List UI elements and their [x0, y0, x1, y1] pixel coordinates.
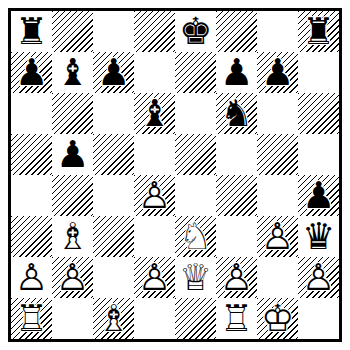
piece-halo: ♟ — [216, 52, 257, 93]
square-c6[interactable] — [93, 93, 134, 134]
piece-white-rook: ♖ — [216, 298, 257, 339]
piece-black-rook: ♜ — [11, 11, 52, 52]
piece-halo: ♜ — [11, 298, 52, 339]
chess-diagram: ♜♜♚♚♜♜♟♟♝♝♟♟♟♟♟♟♝♝♞♞♟♟♟♙♟♟♝♗♞♘♟♙♛♛♟♙♟♙♟♙… — [8, 8, 342, 342]
piece-halo: ♜ — [298, 11, 339, 52]
square-c8[interactable] — [93, 11, 134, 52]
piece-halo: ♟ — [11, 52, 52, 93]
square-c2[interactable] — [93, 257, 134, 298]
piece-black-pawn: ♟ — [52, 134, 93, 175]
square-h5[interactable] — [298, 134, 339, 175]
square-d2[interactable]: ♟♙ — [134, 257, 175, 298]
chess-board: ♜♜♚♚♜♜♟♟♝♝♟♟♟♟♟♟♝♝♞♞♟♟♟♙♟♟♝♗♞♘♟♙♛♛♟♙♟♙♟♙… — [8, 8, 342, 342]
square-d6[interactable]: ♝♝ — [134, 93, 175, 134]
square-f5[interactable] — [216, 134, 257, 175]
square-f4[interactable] — [216, 175, 257, 216]
piece-white-pawn: ♙ — [52, 257, 93, 298]
square-g1[interactable]: ♚♔ — [257, 298, 298, 339]
piece-black-king: ♚ — [175, 11, 216, 52]
square-c4[interactable] — [93, 175, 134, 216]
square-f2[interactable]: ♟♙ — [216, 257, 257, 298]
square-g7[interactable]: ♟♟ — [257, 52, 298, 93]
piece-halo: ♟ — [134, 175, 175, 216]
piece-halo: ♛ — [298, 216, 339, 257]
square-h4[interactable]: ♟♟ — [298, 175, 339, 216]
square-b4[interactable] — [52, 175, 93, 216]
piece-black-queen: ♛ — [298, 216, 339, 257]
square-c5[interactable] — [93, 134, 134, 175]
piece-halo: ♜ — [216, 298, 257, 339]
piece-halo: ♟ — [216, 257, 257, 298]
square-h6[interactable] — [298, 93, 339, 134]
square-a3[interactable] — [11, 216, 52, 257]
piece-halo: ♝ — [93, 298, 134, 339]
piece-white-knight: ♘ — [175, 216, 216, 257]
square-a1[interactable]: ♜♖ — [11, 298, 52, 339]
square-a6[interactable] — [11, 93, 52, 134]
square-h2[interactable]: ♟♙ — [298, 257, 339, 298]
square-a2[interactable]: ♟♙ — [11, 257, 52, 298]
square-g6[interactable] — [257, 93, 298, 134]
piece-white-bishop: ♗ — [52, 216, 93, 257]
square-a5[interactable] — [11, 134, 52, 175]
piece-halo: ♟ — [257, 216, 298, 257]
piece-halo: ♟ — [52, 134, 93, 175]
square-c7[interactable]: ♟♟ — [93, 52, 134, 93]
square-a8[interactable]: ♜♜ — [11, 11, 52, 52]
square-d1[interactable] — [134, 298, 175, 339]
square-h3[interactable]: ♛♛ — [298, 216, 339, 257]
square-d4[interactable]: ♟♙ — [134, 175, 175, 216]
piece-halo: ♟ — [134, 257, 175, 298]
square-b3[interactable]: ♝♗ — [52, 216, 93, 257]
piece-halo: ♟ — [93, 52, 134, 93]
piece-halo: ♟ — [257, 52, 298, 93]
square-a7[interactable]: ♟♟ — [11, 52, 52, 93]
piece-white-bishop: ♗ — [93, 298, 134, 339]
square-b2[interactable]: ♟♙ — [52, 257, 93, 298]
square-e8[interactable]: ♚♚ — [175, 11, 216, 52]
piece-halo: ♜ — [11, 11, 52, 52]
piece-white-pawn: ♙ — [216, 257, 257, 298]
square-h8[interactable]: ♜♜ — [298, 11, 339, 52]
piece-black-bishop: ♝ — [52, 52, 93, 93]
square-e6[interactable] — [175, 93, 216, 134]
piece-halo: ♟ — [298, 257, 339, 298]
square-f7[interactable]: ♟♟ — [216, 52, 257, 93]
square-h7[interactable] — [298, 52, 339, 93]
square-e2[interactable]: ♛♕ — [175, 257, 216, 298]
piece-halo: ♝ — [52, 52, 93, 93]
square-c3[interactable] — [93, 216, 134, 257]
square-e3[interactable]: ♞♘ — [175, 216, 216, 257]
piece-halo: ♞ — [175, 216, 216, 257]
piece-white-pawn: ♙ — [134, 175, 175, 216]
square-e5[interactable] — [175, 134, 216, 175]
square-e1[interactable] — [175, 298, 216, 339]
piece-black-pawn: ♟ — [298, 175, 339, 216]
square-g2[interactable] — [257, 257, 298, 298]
square-g4[interactable] — [257, 175, 298, 216]
piece-white-king: ♔ — [257, 298, 298, 339]
square-f1[interactable]: ♜♖ — [216, 298, 257, 339]
square-f6[interactable]: ♞♞ — [216, 93, 257, 134]
piece-halo: ♚ — [257, 298, 298, 339]
square-d7[interactable] — [134, 52, 175, 93]
piece-black-bishop: ♝ — [134, 93, 175, 134]
piece-black-pawn: ♟ — [11, 52, 52, 93]
square-c1[interactable]: ♝♗ — [93, 298, 134, 339]
piece-halo: ♝ — [134, 93, 175, 134]
piece-black-knight: ♞ — [216, 93, 257, 134]
piece-halo: ♛ — [175, 257, 216, 298]
square-g8[interactable] — [257, 11, 298, 52]
piece-black-pawn: ♟ — [216, 52, 257, 93]
piece-white-pawn: ♙ — [298, 257, 339, 298]
piece-halo: ♞ — [216, 93, 257, 134]
piece-black-pawn: ♟ — [257, 52, 298, 93]
square-f3[interactable] — [216, 216, 257, 257]
square-b7[interactable]: ♝♝ — [52, 52, 93, 93]
square-e4[interactable] — [175, 175, 216, 216]
piece-halo: ♟ — [11, 257, 52, 298]
square-e7[interactable] — [175, 52, 216, 93]
square-a4[interactable] — [11, 175, 52, 216]
piece-white-pawn: ♙ — [134, 257, 175, 298]
square-g3[interactable]: ♟♙ — [257, 216, 298, 257]
square-f8[interactable] — [216, 11, 257, 52]
piece-halo: ♝ — [52, 216, 93, 257]
piece-white-queen: ♕ — [175, 257, 216, 298]
square-d8[interactable] — [134, 11, 175, 52]
square-b5[interactable]: ♟♟ — [52, 134, 93, 175]
square-d5[interactable] — [134, 134, 175, 175]
piece-white-pawn: ♙ — [11, 257, 52, 298]
piece-halo: ♟ — [52, 257, 93, 298]
square-g5[interactable] — [257, 134, 298, 175]
piece-black-rook: ♜ — [298, 11, 339, 52]
square-b6[interactable] — [52, 93, 93, 134]
piece-white-rook: ♖ — [11, 298, 52, 339]
square-b1[interactable] — [52, 298, 93, 339]
piece-black-pawn: ♟ — [93, 52, 134, 93]
square-d3[interactable] — [134, 216, 175, 257]
piece-halo: ♟ — [298, 175, 339, 216]
piece-halo: ♚ — [175, 11, 216, 52]
piece-white-pawn: ♙ — [257, 216, 298, 257]
square-h1[interactable] — [298, 298, 339, 339]
square-b8[interactable] — [52, 11, 93, 52]
